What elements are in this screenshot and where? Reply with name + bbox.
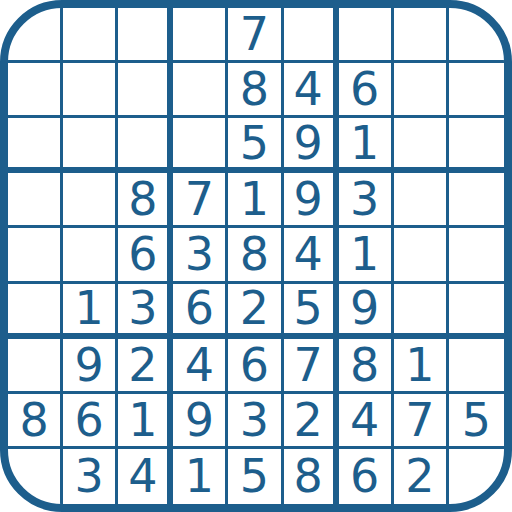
given-digit: 4 — [350, 397, 379, 443]
given-digit: 7 — [405, 397, 434, 443]
sudoku-grid: 7846591871936384113625992467818619324753… — [8, 8, 504, 504]
cell-r4c1[interactable] — [8, 173, 63, 228]
cell-r5c3[interactable]: 6 — [118, 228, 173, 283]
given-digit: 3 — [350, 176, 379, 222]
cell-r1c4[interactable] — [173, 8, 228, 63]
cell-r7c4[interactable]: 4 — [173, 339, 228, 394]
cell-r1c8[interactable] — [394, 8, 449, 63]
cell-r7c7[interactable]: 8 — [339, 339, 394, 394]
cell-r3c9[interactable] — [449, 118, 504, 173]
given-digit: 9 — [350, 285, 379, 331]
cell-r4c3[interactable]: 8 — [118, 173, 173, 228]
cell-r7c3[interactable]: 2 — [118, 339, 173, 394]
cell-r2c4[interactable] — [173, 63, 228, 118]
cell-r4c8[interactable] — [394, 173, 449, 228]
cell-r2c5[interactable]: 8 — [228, 63, 283, 118]
cell-r2c7[interactable]: 6 — [339, 63, 394, 118]
given-digit: 1 — [350, 231, 379, 277]
cell-r1c1[interactable] — [8, 8, 63, 63]
cell-r9c3[interactable]: 4 — [118, 449, 173, 504]
cell-r6c6[interactable]: 5 — [284, 284, 339, 339]
cell-r6c7[interactable]: 9 — [339, 284, 394, 339]
given-digit: 5 — [462, 397, 491, 443]
given-digit: 7 — [185, 176, 214, 222]
given-digit: 2 — [405, 453, 434, 499]
given-digit: 6 — [350, 453, 379, 499]
cell-r4c4[interactable]: 7 — [173, 173, 228, 228]
cell-r2c6[interactable]: 4 — [284, 63, 339, 118]
sudoku-board: 7846591871936384113625992467818619324753… — [0, 0, 512, 512]
cell-r9c4[interactable]: 1 — [173, 449, 228, 504]
cell-r6c5[interactable]: 2 — [228, 284, 283, 339]
cell-r1c7[interactable] — [339, 8, 394, 63]
cell-r9c6[interactable]: 8 — [284, 449, 339, 504]
cell-r6c4[interactable]: 6 — [173, 284, 228, 339]
given-digit: 1 — [350, 120, 379, 166]
cell-r6c2[interactable]: 1 — [63, 284, 118, 339]
cell-r1c3[interactable] — [118, 8, 173, 63]
given-digit: 4 — [293, 231, 322, 277]
given-digit: 8 — [240, 66, 269, 112]
cell-r1c9[interactable] — [449, 8, 504, 63]
given-digit: 8 — [350, 342, 379, 388]
cell-r9c7[interactable]: 6 — [339, 449, 394, 504]
given-digit: 8 — [19, 397, 48, 443]
cell-r5c7[interactable]: 1 — [339, 228, 394, 283]
cell-r1c2[interactable] — [63, 8, 118, 63]
cell-r2c8[interactable] — [394, 63, 449, 118]
cell-r1c6[interactable] — [284, 8, 339, 63]
given-digit: 9 — [75, 342, 104, 388]
given-digit: 6 — [128, 231, 157, 277]
given-digit: 8 — [240, 231, 269, 277]
cell-r3c5[interactable]: 5 — [228, 118, 283, 173]
cell-r3c8[interactable] — [394, 118, 449, 173]
cell-r7c1[interactable] — [8, 339, 63, 394]
given-digit: 1 — [405, 342, 434, 388]
cell-r3c2[interactable] — [63, 118, 118, 173]
given-digit: 4 — [128, 453, 157, 499]
given-digit: 3 — [75, 453, 104, 499]
given-digit: 9 — [293, 176, 322, 222]
cell-r8c3[interactable]: 1 — [118, 394, 173, 449]
cell-r8c1[interactable]: 8 — [8, 394, 63, 449]
cell-r3c1[interactable] — [8, 118, 63, 173]
cell-r6c8[interactable] — [394, 284, 449, 339]
cell-r4c5[interactable]: 1 — [228, 173, 283, 228]
cell-r7c6[interactable]: 7 — [284, 339, 339, 394]
cell-r1c5[interactable]: 7 — [228, 8, 283, 63]
cell-r5c9[interactable] — [449, 228, 504, 283]
given-digit: 5 — [293, 285, 322, 331]
given-digit: 6 — [75, 397, 104, 443]
given-digit: 7 — [240, 11, 269, 57]
given-digit: 2 — [293, 397, 322, 443]
given-digit: 8 — [128, 176, 157, 222]
cell-r8c2[interactable]: 6 — [63, 394, 118, 449]
cell-r4c9[interactable] — [449, 173, 504, 228]
given-digit: 5 — [240, 453, 269, 499]
cell-r6c9[interactable] — [449, 284, 504, 339]
given-digit: 7 — [293, 342, 322, 388]
cell-r8c7[interactable]: 4 — [339, 394, 394, 449]
cell-r4c2[interactable] — [63, 173, 118, 228]
cell-r8c6[interactable]: 2 — [284, 394, 339, 449]
given-digit: 6 — [350, 66, 379, 112]
cell-r3c4[interactable] — [173, 118, 228, 173]
cell-r2c3[interactable] — [118, 63, 173, 118]
given-digit: 1 — [128, 397, 157, 443]
cell-r7c8[interactable]: 1 — [394, 339, 449, 394]
given-digit: 8 — [293, 453, 322, 499]
given-digit: 6 — [240, 342, 269, 388]
cell-r4c7[interactable]: 3 — [339, 173, 394, 228]
cell-r6c3[interactable]: 3 — [118, 284, 173, 339]
given-digit: 1 — [240, 176, 269, 222]
cell-r9c9[interactable] — [449, 449, 504, 504]
given-digit: 3 — [128, 285, 157, 331]
cell-r5c5[interactable]: 8 — [228, 228, 283, 283]
cell-r8c8[interactable]: 7 — [394, 394, 449, 449]
cell-r3c6[interactable]: 9 — [284, 118, 339, 173]
cell-r5c2[interactable] — [63, 228, 118, 283]
given-digit: 3 — [240, 397, 269, 443]
cell-r2c2[interactable] — [63, 63, 118, 118]
cell-r7c2[interactable]: 9 — [63, 339, 118, 394]
given-digit: 2 — [128, 342, 157, 388]
cell-r9c1[interactable] — [8, 449, 63, 504]
given-digit: 1 — [75, 285, 104, 331]
given-digit: 4 — [185, 342, 214, 388]
cell-r8c5[interactable]: 3 — [228, 394, 283, 449]
cell-r8c9[interactable]: 5 — [449, 394, 504, 449]
cell-r8c4[interactable]: 9 — [173, 394, 228, 449]
cell-r5c1[interactable] — [8, 228, 63, 283]
given-digit: 1 — [185, 453, 214, 499]
given-digit: 3 — [185, 231, 214, 277]
cell-r5c8[interactable] — [394, 228, 449, 283]
cell-r3c7[interactable]: 1 — [339, 118, 394, 173]
cell-r7c9[interactable] — [449, 339, 504, 394]
cell-r7c5[interactable]: 6 — [228, 339, 283, 394]
given-digit: 4 — [293, 66, 322, 112]
cell-r9c8[interactable]: 2 — [394, 449, 449, 504]
cell-r9c2[interactable]: 3 — [63, 449, 118, 504]
given-digit: 9 — [185, 397, 214, 443]
cell-r5c4[interactable]: 3 — [173, 228, 228, 283]
given-digit: 6 — [185, 285, 214, 331]
cell-r2c9[interactable] — [449, 63, 504, 118]
given-digit: 5 — [240, 120, 269, 166]
given-digit: 2 — [240, 285, 269, 331]
given-digit: 9 — [293, 120, 322, 166]
cell-r3c3[interactable] — [118, 118, 173, 173]
cell-r6c1[interactable] — [8, 284, 63, 339]
cell-r9c5[interactable]: 5 — [228, 449, 283, 504]
cell-r5c6[interactable]: 4 — [284, 228, 339, 283]
cell-r2c1[interactable] — [8, 63, 63, 118]
sudoku-app: 7846591871936384113625992467818619324753… — [0, 0, 512, 512]
cell-r4c6[interactable]: 9 — [284, 173, 339, 228]
